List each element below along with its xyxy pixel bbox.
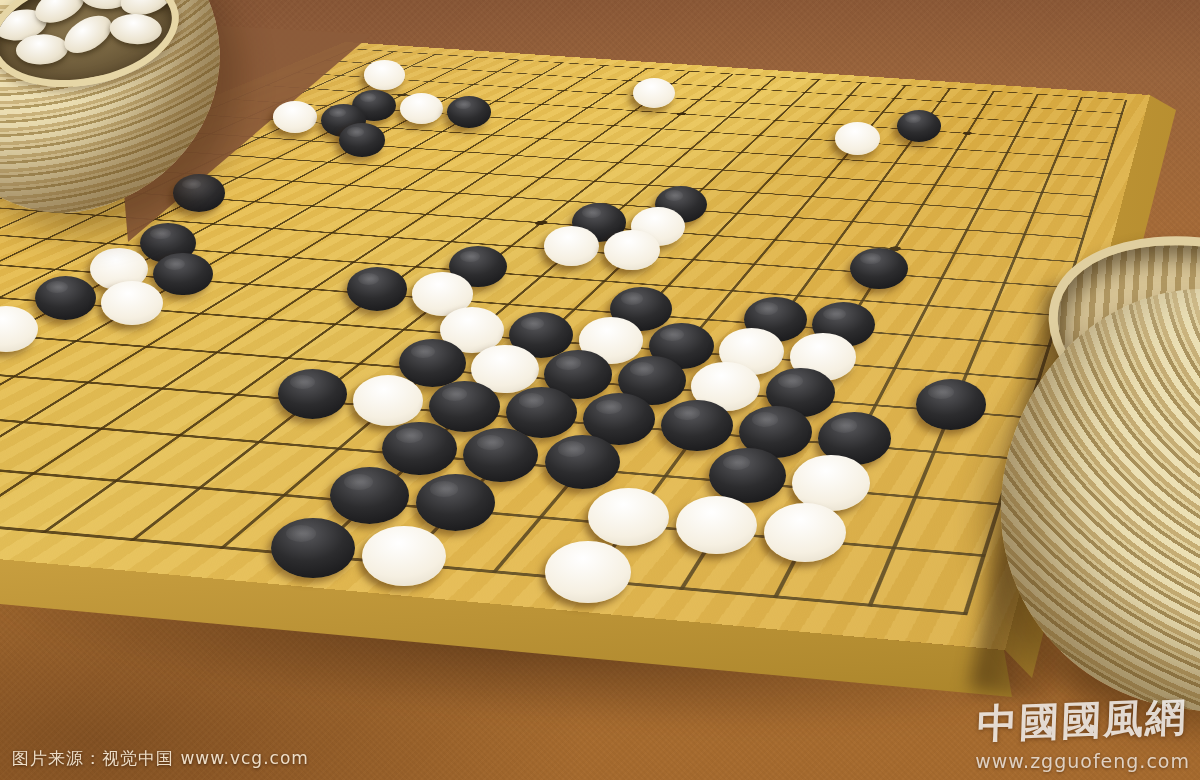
watermark-site-name: 中國國風網 bbox=[974, 689, 1191, 751]
watermark-site-url: www.zgguofeng.com bbox=[975, 750, 1190, 772]
grid-line bbox=[196, 114, 1103, 178]
hoshi-point bbox=[533, 220, 550, 225]
hoshi-point bbox=[765, 434, 785, 443]
grid-line bbox=[130, 74, 734, 541]
basket-weave-body bbox=[978, 267, 1200, 734]
grid-line bbox=[0, 254, 1051, 347]
grid-line bbox=[231, 99, 1108, 160]
grid-line bbox=[119, 147, 1092, 217]
watermark-vcg: 图片来源：视觉中国 www.vcg.com bbox=[12, 747, 309, 770]
grid-line bbox=[0, 229, 1060, 316]
grid-line bbox=[264, 85, 1114, 143]
watermark-zgguofeng: 中國國風網 www.zgguofeng.com bbox=[975, 693, 1190, 772]
black-stone-basket bbox=[1002, 250, 1200, 710]
grid-line bbox=[75, 165, 1084, 239]
go-game-photo-scene: 图片来源：视觉中国 www.vcg.com 中國國風網 www.zgguofen… bbox=[0, 0, 1200, 780]
grid-line bbox=[0, 282, 1040, 381]
white-stone-basket bbox=[0, 0, 220, 210]
hoshi-point bbox=[961, 132, 972, 136]
grid-line bbox=[159, 130, 1098, 197]
hoshi-point bbox=[887, 246, 901, 251]
grid-line bbox=[351, 49, 1127, 101]
grid-line bbox=[400, 82, 863, 565]
grid-line bbox=[295, 72, 1119, 128]
white-stone-in-basket bbox=[109, 13, 162, 46]
grid-line bbox=[324, 60, 1123, 114]
